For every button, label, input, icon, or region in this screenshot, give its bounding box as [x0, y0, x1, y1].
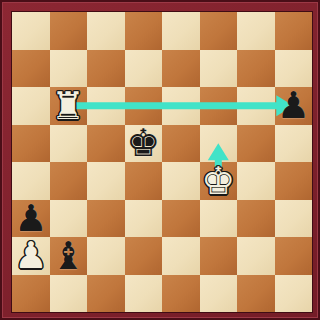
piece-layer: ♜♟♚♚♟♟♝	[12, 12, 312, 312]
piece-black-king-d5[interactable]: ♚	[125, 125, 163, 163]
piece-black-pawn-h6[interactable]: ♟	[275, 87, 313, 125]
piece-white-rook-b6[interactable]: ♜	[50, 87, 88, 125]
piece-black-pawn-a3[interactable]: ♟	[12, 200, 50, 238]
piece-black-bishop-b2[interactable]: ♝	[50, 237, 88, 275]
piece-white-king-f4[interactable]: ♚	[200, 162, 238, 200]
piece-white-pawn-a2[interactable]: ♟	[12, 237, 50, 275]
board-frame: ♜♟♚♚♟♟♝	[0, 0, 320, 320]
